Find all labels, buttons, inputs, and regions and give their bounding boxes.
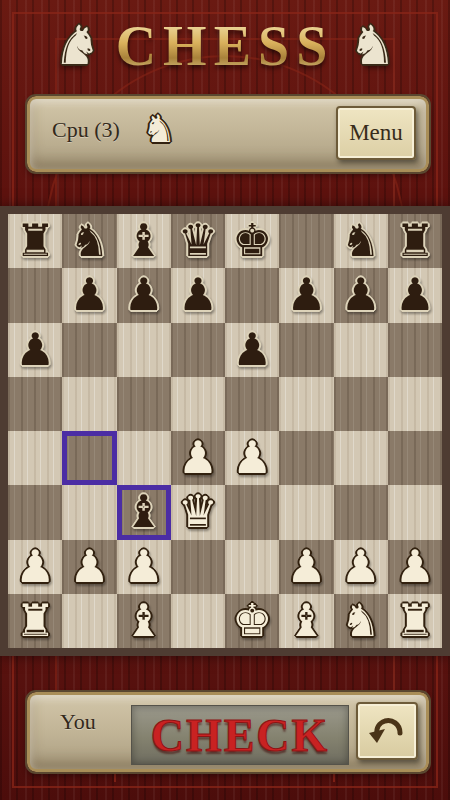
black-knight: ♞ — [69, 214, 109, 268]
white-pawn: ♟ — [395, 540, 435, 594]
white-pawn: ♟ — [286, 540, 326, 594]
status-panel: CHECK — [131, 705, 349, 765]
check-status: CHECK — [151, 709, 330, 762]
square-g1[interactable]: ♞ — [334, 594, 388, 648]
square-g7[interactable]: ♟ — [334, 268, 388, 322]
square-b7[interactable]: ♟ — [62, 268, 116, 322]
menu-button[interactable]: Menu — [336, 106, 416, 160]
square-e7[interactable] — [225, 268, 279, 322]
square-g4[interactable] — [334, 431, 388, 485]
square-f1[interactable]: ♝ — [279, 594, 333, 648]
square-g6[interactable] — [334, 323, 388, 377]
black-queen: ♛ — [178, 214, 218, 268]
square-c2[interactable]: ♟ — [117, 540, 171, 594]
square-d5[interactable] — [171, 377, 225, 431]
undo-button[interactable] — [356, 702, 418, 760]
square-d8[interactable]: ♛ — [171, 214, 225, 268]
player-bar: You CHECK — [27, 692, 429, 772]
black-king: ♚ — [232, 214, 272, 268]
cpu-bar: Cpu (3) ♞ Menu — [27, 96, 429, 172]
square-h7[interactable]: ♟ — [388, 268, 442, 322]
square-g3[interactable] — [334, 485, 388, 539]
square-b4[interactable] — [62, 431, 116, 485]
white-pawn: ♟ — [123, 540, 163, 594]
square-h5[interactable] — [388, 377, 442, 431]
square-d1[interactable] — [171, 594, 225, 648]
black-pawn: ♟ — [15, 323, 55, 377]
board-area: ♜♞♝♛♚♞♜♟♟♟♟♟♟♟♟♟♟♝♛♟♟♟♟♟♟♜♝♚♝♞♜ — [0, 206, 450, 656]
square-e6[interactable]: ♟ — [225, 323, 279, 377]
square-f2[interactable]: ♟ — [279, 540, 333, 594]
square-c3[interactable]: ♝ — [117, 485, 171, 539]
square-g8[interactable]: ♞ — [334, 214, 388, 268]
black-rook: ♜ — [395, 214, 435, 268]
right-knight-icon: ♞ — [348, 19, 396, 73]
square-b3[interactable] — [62, 485, 116, 539]
square-e2[interactable] — [225, 540, 279, 594]
white-pawn: ♟ — [178, 431, 218, 485]
white-pawn: ♟ — [232, 431, 272, 485]
app-title: CHESS — [116, 16, 335, 76]
square-d2[interactable] — [171, 540, 225, 594]
square-f8[interactable] — [279, 214, 333, 268]
square-d3[interactable]: ♛ — [171, 485, 225, 539]
black-pawn: ♟ — [286, 268, 326, 322]
chess-app: ♞ CHESS ♞ Cpu (3) ♞ Menu ♜♞♝♛♚♞♜♟♟♟♟♟♟♟♟… — [0, 0, 450, 800]
white-bishop: ♝ — [123, 594, 163, 648]
square-a4[interactable] — [8, 431, 62, 485]
square-a3[interactable] — [8, 485, 62, 539]
black-pawn: ♟ — [123, 268, 163, 322]
white-knight: ♞ — [340, 594, 380, 648]
square-b6[interactable] — [62, 323, 116, 377]
square-f5[interactable] — [279, 377, 333, 431]
square-a8[interactable]: ♜ — [8, 214, 62, 268]
square-c5[interactable] — [117, 377, 171, 431]
square-d6[interactable] — [171, 323, 225, 377]
square-d4[interactable]: ♟ — [171, 431, 225, 485]
square-a2[interactable]: ♟ — [8, 540, 62, 594]
square-b2[interactable]: ♟ — [62, 540, 116, 594]
white-pawn: ♟ — [15, 540, 55, 594]
cpu-label: Cpu (3) — [52, 117, 120, 143]
square-e4[interactable]: ♟ — [225, 431, 279, 485]
square-a7[interactable] — [8, 268, 62, 322]
square-b1[interactable] — [62, 594, 116, 648]
square-d7[interactable]: ♟ — [171, 268, 225, 322]
square-f7[interactable]: ♟ — [279, 268, 333, 322]
square-h3[interactable] — [388, 485, 442, 539]
square-c8[interactable]: ♝ — [117, 214, 171, 268]
white-rook: ♜ — [395, 594, 435, 648]
black-pawn: ♟ — [69, 268, 109, 322]
square-e3[interactable] — [225, 485, 279, 539]
black-pawn: ♟ — [178, 268, 218, 322]
white-bishop: ♝ — [286, 594, 326, 648]
square-c4[interactable] — [117, 431, 171, 485]
black-bishop: ♝ — [123, 214, 163, 268]
square-e8[interactable]: ♚ — [225, 214, 279, 268]
square-g5[interactable] — [334, 377, 388, 431]
square-e1[interactable]: ♚ — [225, 594, 279, 648]
black-pawn: ♟ — [395, 268, 435, 322]
white-king: ♚ — [232, 594, 272, 648]
white-rook: ♜ — [15, 594, 55, 648]
square-a1[interactable]: ♜ — [8, 594, 62, 648]
square-a6[interactable]: ♟ — [8, 323, 62, 377]
black-bishop: ♝ — [123, 485, 163, 539]
square-a5[interactable] — [8, 377, 62, 431]
square-h6[interactable] — [388, 323, 442, 377]
square-b5[interactable] — [62, 377, 116, 431]
undo-arrow-icon — [367, 713, 407, 749]
left-knight-icon: ♞ — [53, 19, 101, 73]
square-h2[interactable]: ♟ — [388, 540, 442, 594]
square-e5[interactable] — [225, 377, 279, 431]
player-label: You — [60, 709, 96, 735]
black-rook: ♜ — [15, 214, 55, 268]
black-pawn: ♟ — [232, 323, 272, 377]
square-h8[interactable]: ♜ — [388, 214, 442, 268]
square-f6[interactable] — [279, 323, 333, 377]
white-pawn: ♟ — [340, 540, 380, 594]
white-pawn: ♟ — [69, 540, 109, 594]
square-f3[interactable] — [279, 485, 333, 539]
square-c1[interactable]: ♝ — [117, 594, 171, 648]
black-pawn: ♟ — [340, 268, 380, 322]
square-f4[interactable] — [279, 431, 333, 485]
white-knight-icon: ♞ — [142, 109, 176, 149]
square-c6[interactable] — [117, 323, 171, 377]
square-c7[interactable]: ♟ — [117, 268, 171, 322]
square-b8[interactable]: ♞ — [62, 214, 116, 268]
square-g2[interactable]: ♟ — [334, 540, 388, 594]
square-h4[interactable] — [388, 431, 442, 485]
title-bar: ♞ CHESS ♞ — [0, 0, 450, 92]
black-knight: ♞ — [340, 214, 380, 268]
white-queen: ♛ — [178, 485, 218, 539]
chess-board[interactable]: ♜♞♝♛♚♞♜♟♟♟♟♟♟♟♟♟♟♝♛♟♟♟♟♟♟♜♝♚♝♞♜ — [0, 206, 450, 656]
square-h1[interactable]: ♜ — [388, 594, 442, 648]
